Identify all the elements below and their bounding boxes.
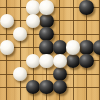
black-stone (66, 54, 80, 68)
black-stone (79, 40, 93, 54)
black-stone (26, 80, 40, 94)
black-stone (53, 67, 67, 81)
white-stone (66, 40, 80, 54)
black-stone (93, 40, 100, 54)
white-stone (39, 0, 53, 14)
black-stone (79, 54, 93, 68)
black-stone (53, 40, 67, 54)
white-stone (13, 27, 27, 41)
white-stone (26, 54, 40, 68)
white-stone (13, 67, 27, 81)
white-stone (53, 54, 67, 68)
black-stone (53, 80, 67, 94)
goban-wood-background (0, 0, 100, 100)
white-stone (39, 54, 53, 68)
white-stone (26, 14, 40, 28)
white-stone (0, 14, 14, 28)
white-stone (0, 40, 14, 54)
go-board[interactable] (0, 0, 100, 100)
white-stone (26, 0, 40, 14)
black-stone (39, 80, 53, 94)
black-stone (39, 40, 53, 54)
black-stone (79, 0, 93, 14)
grid-line-v-1 (20, 0, 21, 100)
black-stone (39, 27, 53, 41)
black-stone (39, 14, 53, 28)
